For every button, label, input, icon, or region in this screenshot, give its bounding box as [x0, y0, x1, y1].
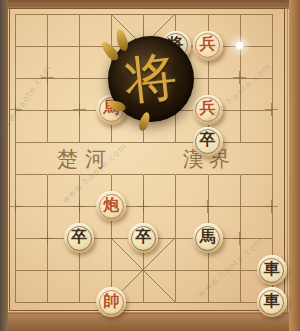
xiangqi-board: 楚河 漢界 将兵馬兵卒炮卒卒馬車帥車 将 www.haote.com www.h… — [0, 0, 300, 331]
piece-glyph: 兵 — [200, 98, 216, 119]
piece-glyph: 卒 — [71, 227, 87, 248]
board-cell — [209, 175, 241, 207]
board-cell — [176, 175, 208, 207]
board-cell — [241, 207, 273, 239]
piece-glyph: 兵 — [200, 34, 216, 55]
piece-black-chariot[interactable]: 車 — [257, 287, 287, 317]
board-cell — [48, 175, 80, 207]
board-cell — [241, 143, 273, 175]
board-cell — [144, 143, 176, 175]
piece-glyph: 車 — [264, 259, 280, 280]
board-cell — [16, 239, 48, 271]
wood-band-bottom — [0, 312, 300, 331]
board-cell — [241, 47, 273, 79]
board-cell — [16, 143, 48, 175]
board-cell — [209, 271, 241, 303]
board-cell — [241, 15, 273, 47]
board-cell — [144, 175, 176, 207]
board-cell — [16, 207, 48, 239]
piece-glyph: 卒 — [135, 227, 151, 248]
board-cell — [48, 15, 80, 47]
board-cell — [48, 111, 80, 143]
river-label-left: 楚河 — [57, 146, 113, 172]
board-cell — [16, 111, 48, 143]
piece-glyph: 卒 — [200, 130, 216, 151]
board-cell — [48, 79, 80, 111]
wood-band-left — [0, 0, 8, 331]
piece-red-soldier[interactable]: 兵 — [193, 31, 223, 61]
check-badge: 将 — [108, 36, 194, 122]
board-cell — [241, 175, 273, 207]
board-cell — [112, 143, 144, 175]
piece-glyph: 炮 — [103, 195, 119, 216]
wood-band-right — [289, 0, 300, 331]
board-cell — [16, 79, 48, 111]
piece-glyph: 馬 — [200, 227, 216, 248]
board-cell — [241, 79, 273, 111]
board-cell — [16, 271, 48, 303]
board-cell — [16, 175, 48, 207]
piece-red-soldier[interactable]: 兵 — [193, 95, 223, 125]
board-cell — [241, 111, 273, 143]
board-cell — [48, 47, 80, 79]
piece-black-horse[interactable]: 馬 — [193, 223, 223, 253]
check-badge-text: 将 — [121, 41, 180, 116]
board-cell — [16, 47, 48, 79]
piece-black-soldier[interactable]: 卒 — [193, 127, 223, 157]
piece-glyph: 帥 — [103, 291, 119, 312]
board-cell — [16, 15, 48, 47]
board-cell — [176, 271, 208, 303]
piece-black-chariot[interactable]: 車 — [257, 255, 287, 285]
piece-glyph: 車 — [264, 291, 280, 312]
board-cell — [48, 271, 80, 303]
